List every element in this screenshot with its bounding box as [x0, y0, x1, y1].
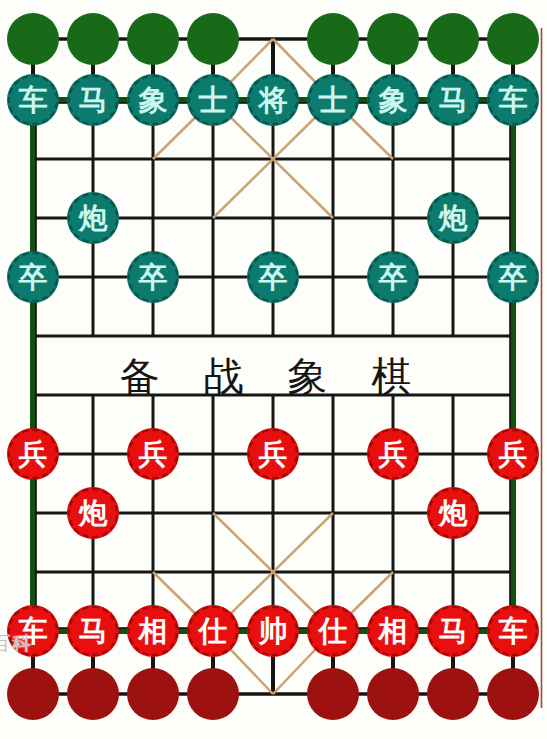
decor-circle-top-f2 — [67, 13, 119, 65]
xiangqi-board: 车马象士将士象马车炮炮卒卒卒卒卒兵兵兵兵兵炮炮车马相仕帅仕相马车 备战象棋 百科 — [0, 0, 547, 739]
river-banner-text: 备战象棋 — [0, 349, 547, 404]
decor-circle-top-f7 — [367, 13, 419, 65]
piece-black-general-f5r1[interactable]: 将 — [248, 75, 298, 125]
decor-circle-bottom-f2 — [67, 668, 119, 720]
piece-red-soldier-f5r7[interactable]: 兵 — [248, 429, 298, 479]
decor-circle-bottom-f3 — [127, 668, 179, 720]
watermark-text: 百科 — [0, 631, 33, 657]
piece-red-soldier-f9r7[interactable]: 兵 — [488, 429, 538, 479]
piece-red-horse-f2r10[interactable]: 马 — [68, 606, 118, 656]
decor-circle-top-f8 — [427, 13, 479, 65]
piece-black-soldier-f3r4[interactable]: 卒 — [128, 252, 178, 302]
piece-black-horse-f2r1[interactable]: 马 — [68, 75, 118, 125]
piece-red-advisor-f6r10[interactable]: 仕 — [308, 606, 358, 656]
decor-circle-bottom-f1 — [7, 668, 59, 720]
decor-circle-top-f6 — [307, 13, 359, 65]
piece-red-elephant-f3r10[interactable]: 相 — [128, 606, 178, 656]
piece-red-soldier-f3r7[interactable]: 兵 — [128, 429, 178, 479]
piece-black-soldier-f9r4[interactable]: 卒 — [488, 252, 538, 302]
piece-red-horse-f8r10[interactable]: 马 — [428, 606, 478, 656]
piece-black-chariot-f9r1[interactable]: 车 — [488, 75, 538, 125]
decor-circle-top-f1 — [7, 13, 59, 65]
piece-black-advisor-f6r1[interactable]: 士 — [308, 75, 358, 125]
piece-black-cannon-f2r3[interactable]: 炮 — [68, 193, 118, 243]
piece-red-advisor-f4r10[interactable]: 仕 — [188, 606, 238, 656]
decor-circle-top-f3 — [127, 13, 179, 65]
piece-black-advisor-f4r1[interactable]: 士 — [188, 75, 238, 125]
piece-black-soldier-f7r4[interactable]: 卒 — [368, 252, 418, 302]
piece-red-soldier-f1r7[interactable]: 兵 — [8, 429, 58, 479]
piece-black-soldier-f1r4[interactable]: 卒 — [8, 252, 58, 302]
piece-red-cannon-f2r8[interactable]: 炮 — [68, 488, 118, 538]
piece-black-chariot-f1r1[interactable]: 车 — [8, 75, 58, 125]
piece-black-cannon-f8r3[interactable]: 炮 — [428, 193, 478, 243]
piece-red-soldier-f7r7[interactable]: 兵 — [368, 429, 418, 479]
piece-black-horse-f8r1[interactable]: 马 — [428, 75, 478, 125]
decor-circle-bottom-f9 — [487, 668, 539, 720]
decor-circle-top-f9 — [487, 13, 539, 65]
piece-red-chariot-f9r10[interactable]: 车 — [488, 606, 538, 656]
decor-circle-bottom-f4 — [187, 668, 239, 720]
piece-black-soldier-f5r4[interactable]: 卒 — [248, 252, 298, 302]
decor-circle-bottom-f8 — [427, 668, 479, 720]
piece-red-cannon-f8r8[interactable]: 炮 — [428, 488, 478, 538]
decor-circle-bottom-f6 — [307, 668, 359, 720]
decor-circle-bottom-f7 — [367, 668, 419, 720]
piece-red-general-f5r10[interactable]: 帅 — [248, 606, 298, 656]
piece-black-elephant-f7r1[interactable]: 象 — [368, 75, 418, 125]
decor-circle-top-f4 — [187, 13, 239, 65]
piece-red-elephant-f7r10[interactable]: 相 — [368, 606, 418, 656]
piece-black-elephant-f3r1[interactable]: 象 — [128, 75, 178, 125]
